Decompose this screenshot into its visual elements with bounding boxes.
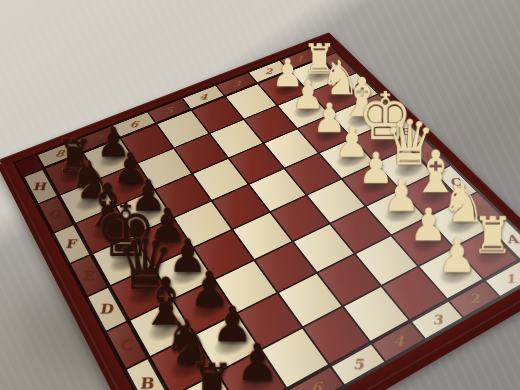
square-a5: [304, 307, 369, 363]
board-rim: 87654321HHGGFFEEDDCCBBAA87654321: [0, 32, 520, 390]
piece-shadow: [165, 257, 211, 291]
rank-label-cell-6: 6: [288, 366, 344, 390]
square-e8: [93, 236, 151, 284]
rank-label: 6: [129, 120, 139, 128]
square-a7: [219, 351, 286, 390]
file-label-cell-a: A: [490, 220, 520, 259]
rank-label: 3: [232, 80, 240, 88]
piece-shadow: [142, 309, 191, 347]
piece-shadow: [163, 345, 213, 385]
rank-label: 4: [199, 93, 208, 101]
rank-label: 7: [92, 134, 102, 143]
square-b3: [356, 236, 417, 284]
piece-shadow: [186, 384, 238, 390]
file-label-cell-e: E: [69, 255, 109, 297]
file-label: G: [48, 209, 63, 220]
square-a1: [455, 230, 517, 278]
perspective-scene: 87654321HHGGFFEEDDCCBBAA87654321 ♜♞♝♛♚♝♞…: [0, 0, 520, 390]
square-a2: [420, 248, 483, 298]
square-c8: [131, 301, 193, 356]
file-label-cell-d: D: [86, 287, 128, 331]
rank-label: 3: [431, 313, 443, 326]
file-label-cell-f: F: [53, 225, 91, 264]
file-label-cell-c: C: [105, 322, 148, 370]
rank-label: 5: [165, 106, 174, 114]
rank-label: 2: [265, 68, 273, 75]
file-label: A: [506, 233, 520, 245]
rank-label: 1: [504, 273, 517, 285]
file-label: G: [354, 82, 365, 90]
piece-shadow: [86, 215, 130, 246]
square-e7: [135, 219, 192, 266]
square-c4: [294, 224, 353, 271]
piece-shadow: [440, 209, 484, 240]
file-label: D: [423, 151, 436, 161]
square-d7: [154, 249, 213, 299]
square-a4: [344, 287, 408, 341]
file-label: E: [400, 127, 411, 136]
piece-shadow: [104, 244, 150, 277]
square-a6: [262, 329, 328, 387]
file-label: B: [139, 376, 155, 390]
square-c6: [215, 261, 276, 312]
rank-label: 2: [468, 293, 480, 305]
piece-shadow: [231, 360, 282, 390]
rank-label: 8: [54, 149, 65, 158]
square-b6: [238, 294, 301, 349]
piece-shadow: [208, 324, 257, 363]
piece-shadow: [122, 276, 169, 311]
file-label-cell-b: B: [125, 358, 170, 390]
file-label: E: [82, 269, 96, 281]
file-label: F: [65, 238, 78, 250]
file-label: H: [333, 62, 345, 70]
rank-label-cell-3: 3: [411, 300, 463, 339]
square-a8: [173, 374, 240, 390]
square-d6: [194, 230, 253, 278]
rank-label-cell-5: 5: [331, 343, 386, 386]
square-c7: [174, 280, 236, 333]
square-b7: [195, 314, 259, 371]
square-f8: [76, 207, 132, 253]
chess-photo-scene: 87654321HHGGFFEEDDCCBBAA87654321 ♜♞♝♛♚♝♞…: [0, 0, 520, 390]
file-label: C: [119, 338, 134, 352]
rank-label: 1: [296, 56, 304, 63]
rank-label-cell-1: 1: [485, 261, 520, 297]
square-b8: [151, 336, 216, 390]
rank-label: 4: [393, 335, 405, 348]
square-b4: [318, 255, 380, 305]
piece-shadow: [185, 289, 233, 325]
piece-shadow: [404, 226, 449, 258]
square-c3: [331, 207, 390, 253]
rank-label: 5: [352, 357, 364, 371]
square-b5: [279, 274, 341, 326]
file-label: H: [33, 181, 49, 191]
rank-label-cell-4: 4: [372, 321, 426, 362]
file-label: F: [377, 104, 387, 113]
chessboard: 87654321HHGGFFEEDDCCBBAA87654321 ♜♞♝♛♚♝♞…: [0, 32, 520, 390]
file-label: C: [449, 177, 462, 187]
square-a3: [383, 267, 446, 319]
square-c5: [255, 242, 315, 291]
piece-shadow: [468, 238, 514, 271]
file-label: B: [476, 204, 490, 215]
square-d5: [233, 213, 291, 259]
piece-shadow: [432, 256, 478, 290]
rank-label: 6: [310, 381, 321, 390]
file-label: D: [99, 302, 115, 315]
piece-shadow: [145, 226, 190, 258]
square-d8: [111, 268, 171, 320]
rank-label-cell-2: 2: [449, 280, 500, 318]
square-b2: [392, 219, 452, 266]
